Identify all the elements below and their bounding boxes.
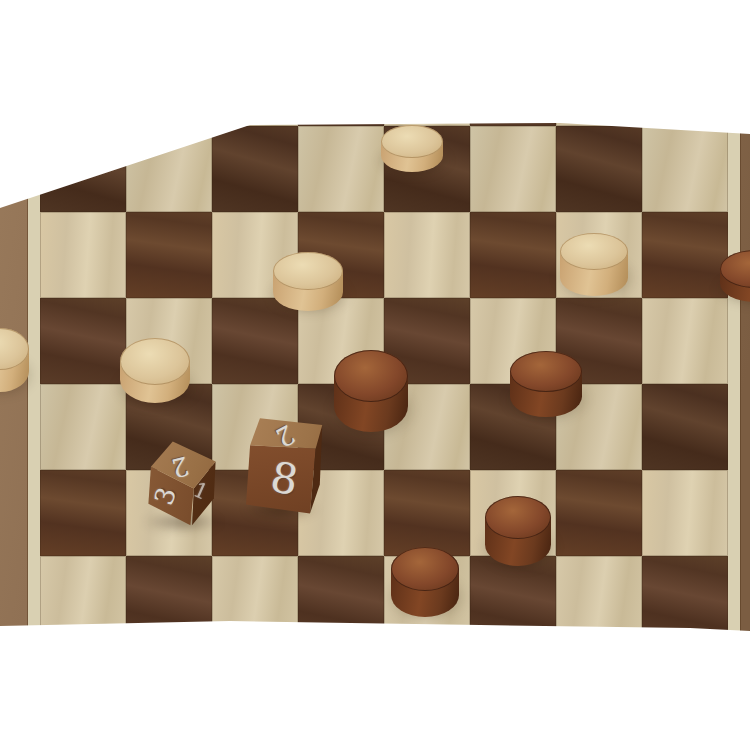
checker-light-c0-r3[interactable]	[0, 328, 29, 392]
square-c0-r3[interactable]	[40, 298, 126, 384]
square-c5-r2[interactable]	[470, 212, 556, 298]
die-2[interactable]: 2 8	[246, 406, 328, 518]
checker-dark-c2-r7[interactable]	[391, 547, 459, 617]
piece-top-face	[391, 547, 459, 591]
square-c7-r3[interactable]	[642, 298, 728, 384]
checker-dark-c7-r4[interactable]	[720, 250, 750, 302]
piece-top-face	[120, 338, 190, 385]
piece-top-face	[485, 496, 551, 539]
checker-light-c3-r4[interactable]	[273, 252, 343, 311]
square-c5-r1[interactable]	[470, 126, 556, 212]
square-c6-r5[interactable]	[556, 470, 642, 556]
square-c4-r2[interactable]	[384, 212, 470, 298]
square-c7-r4[interactable]	[642, 384, 728, 470]
piece-top-face	[273, 252, 343, 290]
square-c0-r5[interactable]	[40, 470, 126, 556]
square-c0-r2[interactable]	[40, 212, 126, 298]
square-c7-r1[interactable]	[642, 126, 728, 212]
piece-top-face	[334, 350, 408, 402]
square-c6-r1[interactable]	[556, 126, 642, 212]
piece-top-face	[510, 351, 582, 392]
piece-top-face	[381, 125, 443, 158]
checker-dark-c4-r7[interactable]	[485, 496, 551, 566]
square-c3-r1[interactable]	[298, 126, 384, 212]
die-1[interactable]: 2 3 1	[140, 438, 224, 528]
checker-light-c5-r2[interactable]	[381, 125, 443, 172]
checker-light-c1-r4[interactable]	[120, 338, 190, 403]
checker-dark-c5-r6[interactable]	[510, 351, 582, 417]
square-c1-r2[interactable]	[126, 212, 212, 298]
piece-top-face	[560, 233, 628, 270]
square-c7-r5[interactable]	[642, 470, 728, 556]
square-c0-r4[interactable]	[40, 384, 126, 470]
square-c4-r5[interactable]	[384, 470, 470, 556]
checker-dark-c2-r5[interactable]	[334, 350, 408, 432]
square-c2-r1[interactable]	[212, 126, 298, 212]
photo-stage: 2 3 1 2 8	[0, 0, 750, 750]
checker-light-c4-r5[interactable]	[560, 233, 628, 296]
